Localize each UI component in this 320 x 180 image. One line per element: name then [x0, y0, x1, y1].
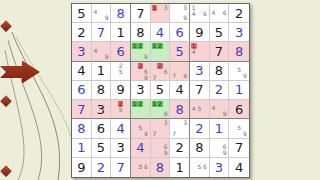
- candidate-9: 9: [182, 15, 188, 21]
- cell-r3c4[interactable]: 129: [131, 42, 151, 61]
- solved-digit: 7: [97, 26, 105, 39]
- cell-r5c9[interactable]: 1: [229, 81, 249, 100]
- cell-r7c8[interactable]: 1: [210, 119, 230, 138]
- cell-r1c4[interactable]: 7: [131, 4, 151, 23]
- candidate-6: 6: [222, 10, 228, 16]
- cell-r7c3[interactable]: 4: [111, 119, 131, 138]
- candidate-4: 4: [191, 11, 197, 17]
- candidate-9: 9: [143, 54, 149, 60]
- cell-r8c1[interactable]: 1: [72, 139, 92, 158]
- solved-digit: 1: [235, 83, 243, 96]
- candidate-4: 4: [93, 9, 99, 15]
- candidate-6: 6: [163, 69, 169, 75]
- solved-digit: 4: [156, 26, 164, 39]
- cell-r3c8[interactable]: 7: [210, 42, 230, 61]
- given-digit: 4: [235, 161, 243, 174]
- candidate-4: 4: [93, 48, 99, 54]
- pencil-marks: 59: [230, 120, 248, 136]
- pencil-marks: 25: [112, 63, 129, 79]
- cell-r9c4[interactable]: 56: [131, 158, 151, 177]
- candidate-9: 9: [163, 111, 169, 117]
- candidate-9: 9: [104, 54, 110, 60]
- cell-r1c2[interactable]: 49: [92, 4, 112, 23]
- red-right-arrow-icon: [0, 60, 40, 84]
- solved-digit: 2: [215, 83, 223, 96]
- cell-r7c2[interactable]: 6: [92, 119, 112, 138]
- cell-r1c7[interactable]: 146: [190, 4, 210, 23]
- cell-r6c8[interactable]: 49: [210, 100, 230, 119]
- diamond-bullet-icon: [0, 20, 11, 31]
- cell-r2c2[interactable]: 7: [92, 23, 112, 42]
- pencil-marks: 12: [152, 43, 169, 59]
- candidate-5: 5: [118, 107, 124, 113]
- cell-r2c7[interactable]: 9: [190, 23, 210, 42]
- given-digit: 6: [235, 103, 243, 116]
- cell-r4c6[interactable]: 79: [170, 62, 190, 81]
- cell-r7c5[interactable]: 37: [151, 119, 171, 138]
- given-digit: 8: [195, 141, 203, 154]
- cell-r8c6[interactable]: 2: [170, 139, 190, 158]
- cell-r9c6[interactable]: 1: [170, 158, 190, 177]
- cell-r2c3[interactable]: 1: [111, 23, 131, 42]
- candidate-5: 5: [197, 106, 203, 112]
- cell-r1c6[interactable]: 39: [170, 4, 190, 23]
- given-digit: 8: [215, 64, 223, 77]
- cell-r6c9[interactable]: 6: [229, 100, 249, 119]
- candidate-9: 9: [104, 15, 110, 21]
- cell-r5c1[interactable]: 6: [72, 81, 92, 100]
- candidate-3: 3: [182, 120, 188, 126]
- candidate-4: 4: [211, 10, 217, 16]
- cell-r2c4[interactable]: 8: [131, 23, 151, 42]
- given-digit: 5: [77, 7, 85, 20]
- pencil-marks: 25: [112, 101, 129, 117]
- cell-r3c6[interactable]: 5: [170, 42, 190, 61]
- cell-r9c5[interactable]: 8: [151, 158, 171, 177]
- candidate-7: 7: [152, 131, 158, 137]
- given-digit: 5: [156, 83, 164, 96]
- cell-r4c1[interactable]: 4: [72, 62, 92, 81]
- given-digit: 9: [117, 83, 125, 96]
- given-digit: 6: [97, 122, 105, 135]
- pencil-marks: 45: [191, 101, 208, 117]
- given-digit: 2: [235, 7, 243, 20]
- solved-digit: 2: [97, 161, 105, 174]
- cell-r7c6[interactable]: 37: [170, 119, 190, 138]
- cell-r8c7[interactable]: 8: [190, 139, 210, 158]
- candidate-3: 3: [182, 5, 188, 11]
- pencil-marks: 59: [230, 63, 248, 79]
- cell-r4c8[interactable]: 8: [210, 62, 230, 81]
- candidate-9: 9: [222, 150, 228, 156]
- given-digit: 7: [215, 45, 223, 58]
- cell-r6c3[interactable]: 25: [111, 100, 131, 119]
- solved-digit: 6: [176, 26, 184, 39]
- pencil-marks: 59: [132, 120, 149, 136]
- cell-r5c4[interactable]: 3: [131, 81, 151, 100]
- given-digit: 9: [195, 26, 203, 39]
- given-digit: 7: [136, 7, 144, 20]
- candidate-3: 3: [163, 120, 169, 126]
- solved-digit: 1: [77, 141, 85, 154]
- candidate-6: 6: [202, 11, 208, 17]
- given-digit: 4: [77, 64, 85, 77]
- pencil-marks: 129: [132, 43, 149, 59]
- candidate-9: 9: [143, 131, 149, 137]
- cell-r5c5[interactable]: 5: [151, 81, 171, 100]
- candidate-2-green-highlight: 2: [157, 43, 163, 49]
- cell-r4c2[interactable]: 1: [92, 62, 112, 81]
- solved-digit: 8: [156, 161, 164, 174]
- cell-r3c3[interactable]: 6: [111, 42, 131, 61]
- solved-digit: 3: [77, 45, 85, 58]
- pencil-marks: 69: [211, 140, 228, 156]
- cell-r1c9[interactable]: 2: [229, 4, 249, 23]
- given-digit: 5: [97, 141, 105, 154]
- cell-r3c9[interactable]: 8: [229, 42, 249, 61]
- cell-r7c1[interactable]: 8: [72, 119, 92, 138]
- solved-digit: 4: [117, 122, 125, 135]
- cell-r4c5[interactable]: 267: [151, 62, 171, 81]
- pencil-marks: 39: [171, 5, 188, 21]
- solved-digit: 8: [117, 7, 125, 20]
- cell-r7c9[interactable]: 59: [229, 119, 249, 138]
- cell-r3c5[interactable]: 12: [151, 42, 171, 61]
- given-digit: 5: [215, 26, 223, 39]
- cell-r8c9[interactable]: 7: [229, 139, 249, 158]
- solved-digit: 3: [195, 64, 203, 77]
- solved-digit: 7: [77, 103, 85, 116]
- candidate-2-green-highlight: 2: [138, 43, 144, 49]
- pencil-marks: 49: [93, 43, 110, 59]
- pencil-marks: 56: [132, 159, 149, 176]
- pencil-marks: 14: [191, 43, 208, 59]
- candidate-7: 7: [171, 73, 177, 79]
- given-digit: 8: [97, 83, 105, 96]
- cell-r8c5[interactable]: 69: [151, 139, 171, 158]
- candidate-1-red-highlight: 1: [152, 5, 158, 11]
- candidate-2-green-highlight: 2: [138, 101, 144, 107]
- candidate-3: 3: [163, 5, 169, 11]
- cell-r6c5[interactable]: 129: [151, 100, 171, 119]
- given-digit: 7: [235, 141, 243, 154]
- pencil-marks: 269: [132, 63, 149, 79]
- pencil-marks: 56: [191, 159, 208, 176]
- cell-r3c7[interactable]: 14: [190, 42, 210, 61]
- sudoku-board: 5498713391464622718469533496129125147841…: [71, 3, 250, 178]
- cell-r5c7[interactable]: 7: [190, 81, 210, 100]
- cell-r6c4[interactable]: 12: [131, 100, 151, 119]
- cell-r9c7[interactable]: 56: [190, 158, 210, 177]
- candidate-6: 6: [202, 164, 208, 170]
- cell-r3c2[interactable]: 49: [92, 42, 112, 61]
- solved-digit: 2: [195, 122, 203, 135]
- pencil-marks: 37: [152, 120, 169, 136]
- cell-r5c3[interactable]: 9: [111, 81, 131, 100]
- pencil-marks: 37: [171, 120, 188, 136]
- pencil-marks: 49: [211, 101, 228, 117]
- given-digit: 9: [77, 161, 85, 174]
- solved-digit: 1: [215, 122, 223, 135]
- cell-r9c8[interactable]: 3: [210, 158, 230, 177]
- candidate-9: 9: [163, 150, 169, 156]
- cell-r6c7[interactable]: 45: [190, 100, 210, 119]
- solved-digit: 3: [235, 26, 243, 39]
- pencil-marks: 129: [152, 101, 169, 117]
- cell-r3c1[interactable]: 3: [72, 42, 92, 61]
- pencil-marks: 267: [152, 63, 169, 79]
- candidate-9: 9: [143, 75, 149, 81]
- pencil-marks: 46: [211, 5, 228, 21]
- solved-digit: 6: [77, 83, 85, 96]
- cell-r6c6[interactable]: 8: [170, 100, 190, 119]
- diamond-bullet-icon: [0, 95, 11, 106]
- cell-r9c3[interactable]: 7: [111, 158, 131, 177]
- given-digit: 2: [176, 141, 184, 154]
- candidate-6: 6: [143, 164, 149, 170]
- cell-r6c1[interactable]: 7: [72, 100, 92, 119]
- cell-r9c1[interactable]: 9: [72, 158, 92, 177]
- pencil-marks: 146: [191, 5, 208, 21]
- cell-r4c4[interactable]: 269: [131, 62, 151, 81]
- cell-r2c1[interactable]: 2: [72, 23, 92, 42]
- cell-r5c8[interactable]: 2: [210, 81, 230, 100]
- candidate-7: 7: [152, 75, 158, 81]
- cell-r7c7[interactable]: 2: [190, 119, 210, 138]
- candidate-5: 5: [118, 69, 124, 75]
- solved-digit: 4: [136, 141, 144, 154]
- cell-r1c5[interactable]: 13: [151, 4, 171, 23]
- cell-r2c5[interactable]: 4: [151, 23, 171, 42]
- cell-r5c6[interactable]: 4: [170, 81, 190, 100]
- given-digit: 7: [195, 83, 203, 96]
- cell-r4c3[interactable]: 25: [111, 62, 131, 81]
- cell-r8c2[interactable]: 5: [92, 139, 112, 158]
- cell-r7c4[interactable]: 59: [131, 119, 151, 138]
- cell-r1c1[interactable]: 5: [72, 4, 92, 23]
- diamond-bullet-icon: [0, 165, 11, 176]
- given-digit: 8: [136, 26, 144, 39]
- cell-r4c9[interactable]: 59: [229, 62, 249, 81]
- candidate-4: 4: [191, 49, 197, 55]
- candidate-1-green-highlight: 1: [132, 43, 138, 49]
- given-digit: 2: [77, 26, 85, 39]
- solved-digit: 5: [176, 45, 184, 58]
- candidate-1-green-highlight: 1: [132, 101, 138, 107]
- cell-r9c9[interactable]: 4: [229, 158, 249, 177]
- given-digit: 3: [97, 103, 105, 116]
- candidate-7: 7: [171, 131, 177, 137]
- cell-r2c8[interactable]: 5: [210, 23, 230, 42]
- cell-r9c2[interactable]: 2: [92, 158, 112, 177]
- candidate-2-green-highlight: 2: [157, 101, 163, 107]
- pencil-marks: 13: [152, 5, 169, 21]
- given-digit: 1: [117, 26, 125, 39]
- cell-r8c4[interactable]: 4: [131, 139, 151, 158]
- given-digit: 3: [136, 83, 144, 96]
- cell-r8c8[interactable]: 69: [210, 139, 230, 158]
- solved-digit: 8: [77, 122, 85, 135]
- given-digit: 1: [97, 64, 105, 77]
- pencil-marks: 79: [171, 63, 188, 79]
- given-digit: 4: [176, 83, 184, 96]
- solved-digit: 7: [117, 161, 125, 174]
- candidate-9: 9: [222, 111, 228, 117]
- candidate-9: 9: [182, 73, 188, 79]
- solved-digit: 8: [176, 103, 184, 116]
- candidate-9: 9: [242, 131, 248, 137]
- cell-r6c2[interactable]: 3: [92, 100, 112, 119]
- cell-r2c9[interactable]: 3: [229, 23, 249, 42]
- cell-r8c3[interactable]: 3: [111, 139, 131, 158]
- candidate-9: 9: [242, 73, 248, 79]
- solved-digit: 3: [215, 161, 223, 174]
- given-digit: 1: [176, 161, 184, 174]
- solved-digit: 8: [235, 45, 243, 58]
- candidate-4: 4: [211, 105, 217, 111]
- cell-r2c6[interactable]: 6: [170, 23, 190, 42]
- cell-r4c7[interactable]: 3: [190, 62, 210, 81]
- cell-r5c2[interactable]: 8: [92, 81, 112, 100]
- cell-r1c8[interactable]: 46: [210, 4, 230, 23]
- pencil-marks: 49: [93, 5, 110, 21]
- given-digit: 3: [117, 141, 125, 154]
- solved-digit: 6: [117, 45, 125, 58]
- pencil-marks: 12: [132, 101, 149, 117]
- cell-r1c3[interactable]: 8: [111, 4, 131, 23]
- pencil-marks: 69: [152, 140, 169, 156]
